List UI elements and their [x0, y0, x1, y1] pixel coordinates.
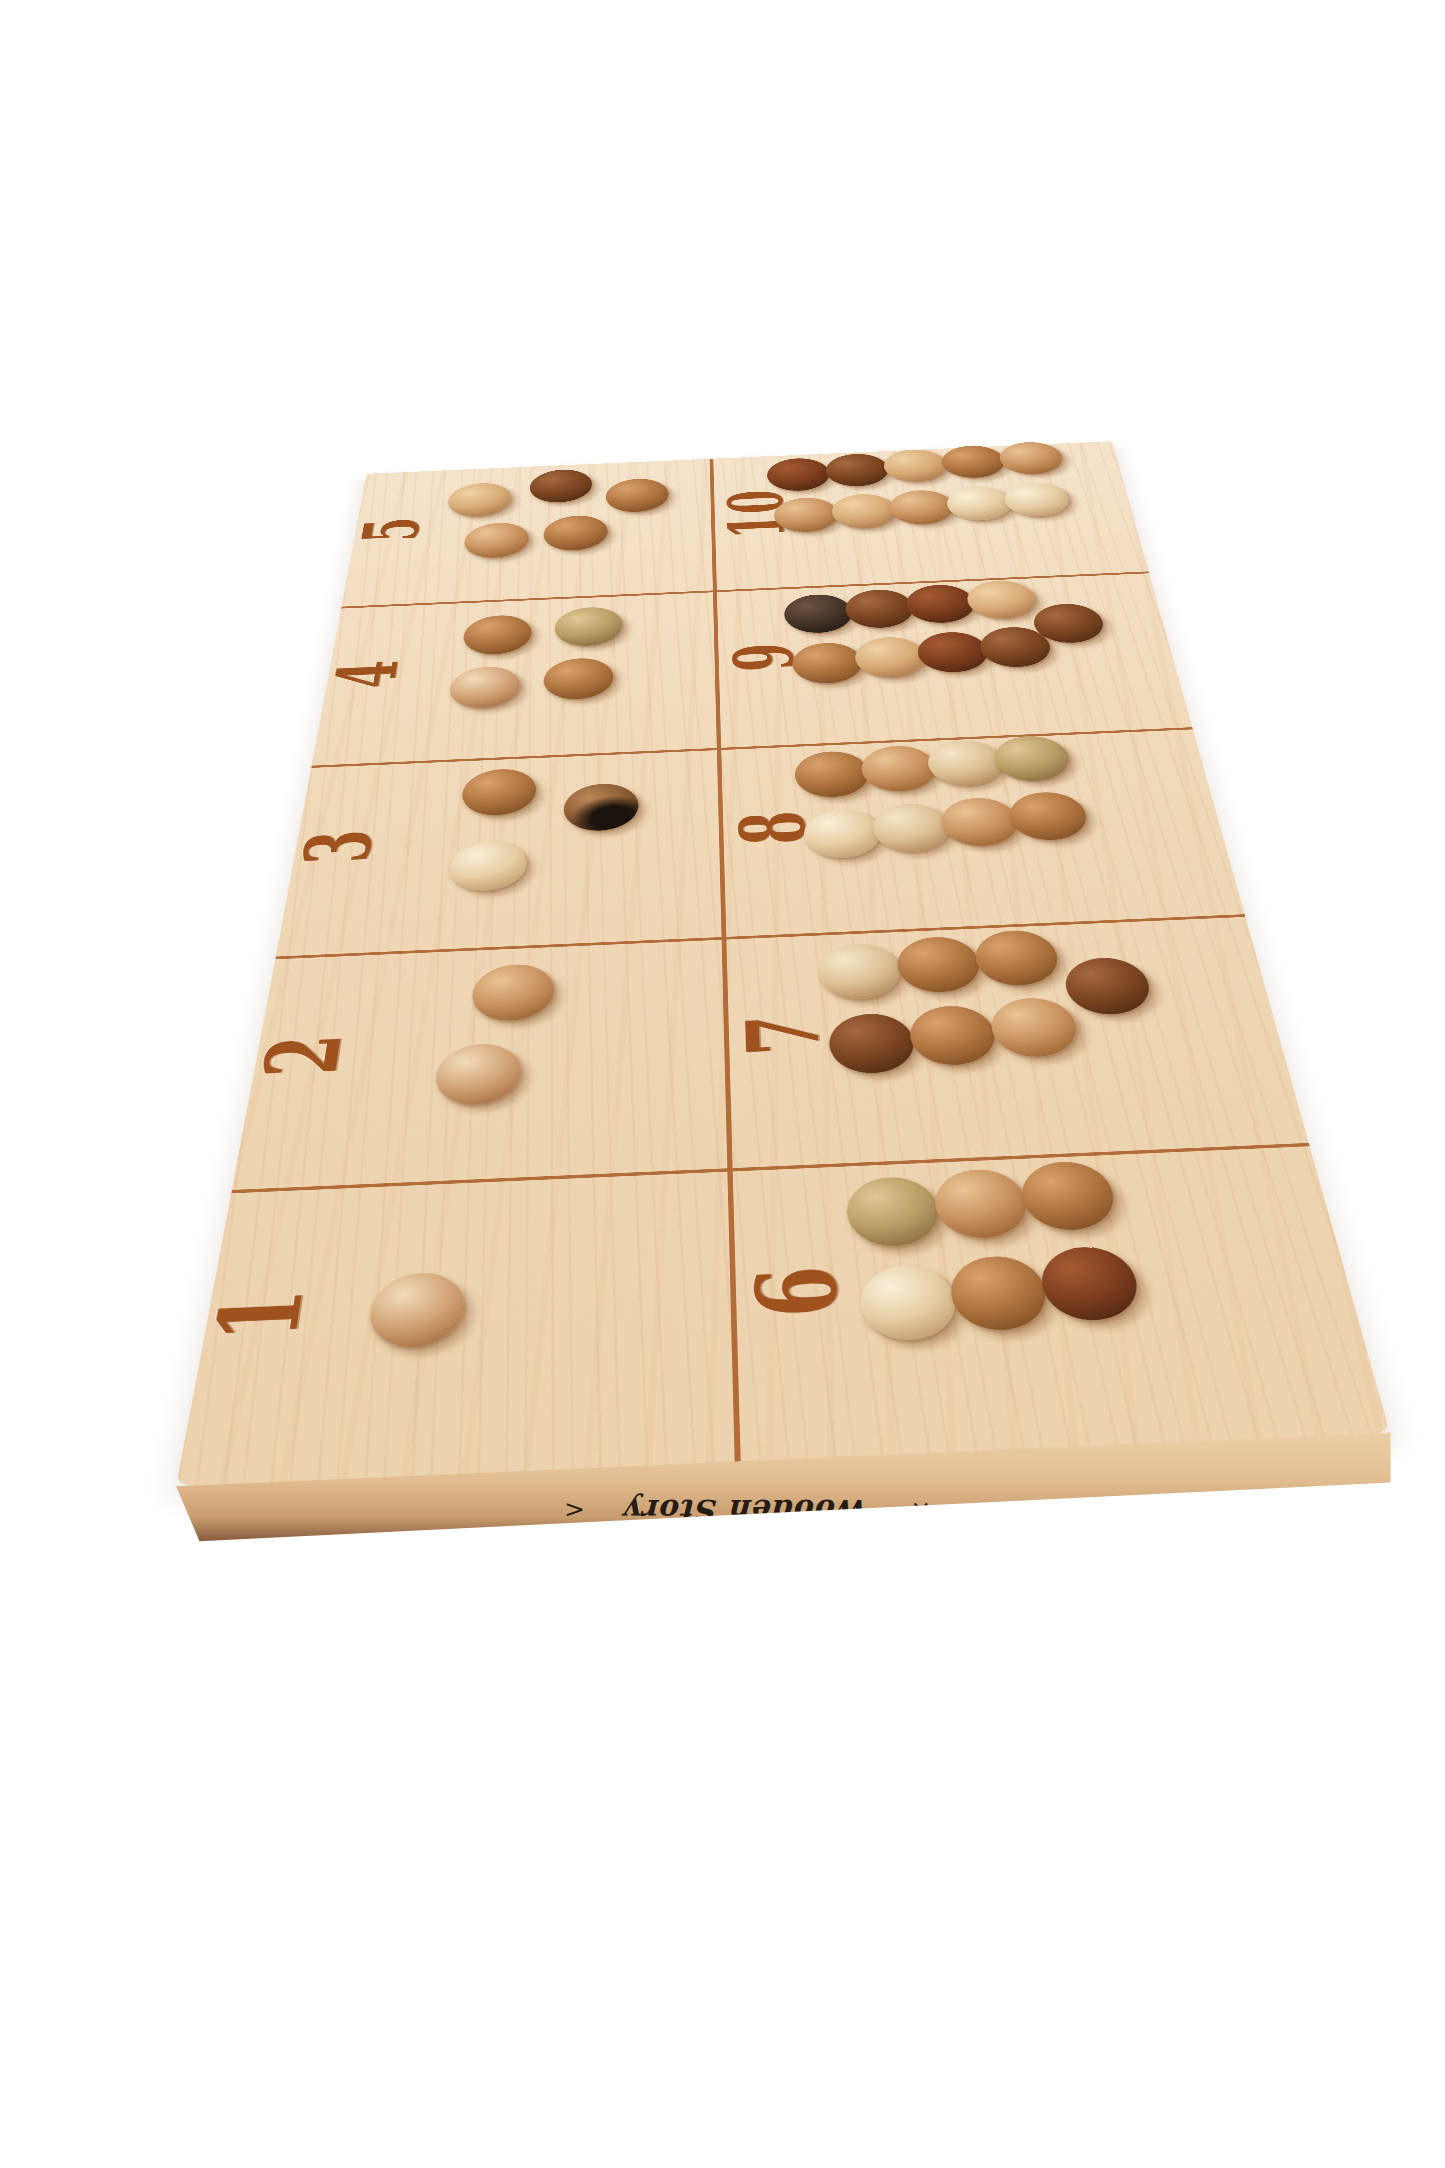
- engraved-number-5: 5: [352, 516, 431, 544]
- ball-section10-10[interactable]: [1001, 482, 1072, 518]
- ball-section4-3[interactable]: [448, 666, 522, 710]
- ball-section7-5[interactable]: [827, 1012, 917, 1075]
- section-9[interactable]: 9: [713, 573, 1193, 750]
- ball-section10-8[interactable]: [887, 489, 956, 525]
- section-7[interactable]: 7: [722, 917, 1310, 1172]
- section-10[interactable]: 10: [710, 441, 1150, 592]
- ball-section7-4[interactable]: [1061, 957, 1155, 1017]
- ball-section9-8[interactable]: [915, 631, 990, 674]
- ball-section4-1[interactable]: [462, 614, 534, 656]
- ball-section5-1[interactable]: [446, 482, 512, 518]
- ball-section10-9[interactable]: [944, 485, 1014, 521]
- ball-section5-3[interactable]: [605, 478, 668, 514]
- ball-section9-6[interactable]: [791, 642, 864, 685]
- ball-section9-2[interactable]: [844, 588, 916, 629]
- ball-section10-7[interactable]: [830, 493, 898, 529]
- ball-section10-2[interactable]: [824, 453, 890, 488]
- board-perspective-wrapper: 51049382716: [113, 0, 1390, 1486]
- ball-section4-2[interactable]: [554, 606, 623, 647]
- ball-section3-3[interactable]: [447, 840, 528, 893]
- ball-section6-3[interactable]: [1018, 1160, 1120, 1232]
- ball-section9-1[interactable]: [783, 593, 854, 634]
- ball-section3-1[interactable]: [460, 768, 538, 817]
- ball-section9-7[interactable]: [853, 636, 927, 679]
- section-4[interactable]: 4: [311, 592, 717, 768]
- ball-section2-1[interactable]: [470, 963, 556, 1022]
- ball-section8-1[interactable]: [794, 750, 872, 798]
- ball-section5-4[interactable]: [462, 522, 530, 559]
- edge-cross-mark: ×: [909, 1496, 931, 1525]
- engraved-number-2: 2: [250, 1032, 356, 1078]
- photo-canvas: 51049382716 × Wooden Story <: [0, 0, 1445, 2168]
- ball-section10-1[interactable]: [766, 457, 831, 492]
- ball-section6-2[interactable]: [932, 1168, 1031, 1240]
- ball-section8-7[interactable]: [938, 797, 1021, 848]
- engraved-number-4: 4: [324, 658, 410, 690]
- ball-section4-4[interactable]: [543, 657, 615, 701]
- ball-section8-6[interactable]: [870, 802, 952, 853]
- section-2[interactable]: 2: [231, 940, 727, 1194]
- engraved-number-6: 6: [741, 1263, 854, 1320]
- section-8[interactable]: 8: [717, 729, 1246, 939]
- ball-section8-4[interactable]: [991, 735, 1073, 783]
- ball-section5-5[interactable]: [542, 514, 608, 551]
- section-6[interactable]: 6: [727, 1146, 1390, 1462]
- ball-section10-5[interactable]: [997, 441, 1066, 475]
- section-3[interactable]: 3: [275, 750, 721, 959]
- section-5[interactable]: 5: [341, 459, 713, 609]
- counting-board: 51049382716: [176, 441, 1390, 1486]
- ball-section9-4[interactable]: [965, 580, 1039, 620]
- engraved-number-7: 7: [733, 1011, 834, 1057]
- ball-section8-3[interactable]: [926, 739, 1006, 787]
- ball-section10-3[interactable]: [882, 448, 949, 483]
- ball-section9-3[interactable]: [904, 584, 977, 625]
- ball-section7-2[interactable]: [895, 935, 983, 993]
- brand-name: Wooden Story: [625, 1493, 869, 1528]
- ball-section3-2[interactable]: [563, 783, 639, 833]
- ball-section10-4[interactable]: [940, 445, 1008, 480]
- engraved-number-1: 1: [200, 1286, 319, 1343]
- ball-section7-6[interactable]: [908, 1004, 1000, 1066]
- ball-section2-2[interactable]: [433, 1043, 523, 1107]
- ball-section6-6[interactable]: [1037, 1245, 1143, 1322]
- ball-section7-1[interactable]: [817, 942, 903, 1001]
- ball-section6-5[interactable]: [947, 1255, 1051, 1332]
- ball-section7-7[interactable]: [988, 997, 1082, 1059]
- board-edge-branding: × Wooden Story <: [563, 1493, 931, 1528]
- engraved-number-3: 3: [290, 828, 385, 866]
- section-1[interactable]: 1: [176, 1172, 734, 1487]
- ball-section8-8[interactable]: [1006, 791, 1091, 842]
- edge-arrow-mark: <: [563, 1496, 585, 1525]
- ball-section6-4[interactable]: [858, 1264, 959, 1342]
- ball-section1-1[interactable]: [365, 1271, 466, 1349]
- ball-section6-1[interactable]: [845, 1175, 942, 1247]
- perspective-container: 51049382716: [113, 0, 1390, 1486]
- ball-section8-5[interactable]: [802, 808, 882, 859]
- ball-section7-3[interactable]: [972, 929, 1062, 987]
- ball-section5-2[interactable]: [528, 469, 592, 504]
- ball-section8-2[interactable]: [860, 745, 939, 793]
